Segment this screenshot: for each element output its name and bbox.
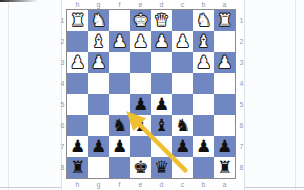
square-c2[interactable]: ♟ <box>172 31 193 52</box>
black-pawn: ♟ <box>130 94 151 115</box>
square-b8[interactable] <box>193 157 214 178</box>
square-e3[interactable] <box>130 52 151 73</box>
square-e1[interactable]: ♚ <box>130 10 151 31</box>
black-bishop: ♝ <box>151 115 172 136</box>
white-bishop: ♝ <box>88 31 109 52</box>
square-h4[interactable] <box>67 73 88 94</box>
square-b3[interactable]: ♟ <box>193 52 214 73</box>
square-c3[interactable] <box>172 52 193 73</box>
square-b1[interactable]: ♞ <box>193 10 214 31</box>
black-pawn: ♟ <box>151 94 172 115</box>
square-f3[interactable] <box>109 52 130 73</box>
square-h2[interactable] <box>67 31 88 52</box>
white-pawn: ♟ <box>151 31 172 52</box>
white-pawn: ♟ <box>172 31 193 52</box>
square-a7[interactable]: ♟ <box>214 136 235 157</box>
square-f1[interactable] <box>109 10 130 31</box>
white-queen: ♛ <box>151 10 172 31</box>
black-queen: ♛ <box>151 157 172 178</box>
square-d8[interactable]: ♛ <box>151 157 172 178</box>
black-king: ♚ <box>130 157 151 178</box>
black-pawn: ♟ <box>67 136 88 157</box>
black-knight: ♞ <box>172 115 193 136</box>
square-c6[interactable]: ♞ <box>172 115 193 136</box>
square-h3[interactable]: ♟ <box>67 52 88 73</box>
white-rook: ♜ <box>214 10 235 31</box>
square-e4[interactable] <box>130 73 151 94</box>
square-g6[interactable] <box>88 115 109 136</box>
square-h5[interactable] <box>67 94 88 115</box>
white-pawn: ♟ <box>109 31 130 52</box>
square-d4[interactable] <box>151 73 172 94</box>
white-knight: ♞ <box>193 10 214 31</box>
square-d3[interactable] <box>151 52 172 73</box>
square-d1[interactable]: ♛ <box>151 10 172 31</box>
square-h6[interactable] <box>67 115 88 136</box>
square-b2[interactable]: ♝ <box>193 31 214 52</box>
top-left-smudge <box>0 0 38 2</box>
square-e7[interactable] <box>130 136 151 157</box>
white-pawn: ♟ <box>130 31 151 52</box>
square-f2[interactable]: ♟ <box>109 31 130 52</box>
square-c1[interactable] <box>172 10 193 31</box>
square-g8[interactable] <box>88 157 109 178</box>
page-left-rule <box>8 0 9 190</box>
square-d6[interactable]: ♝ <box>151 115 172 136</box>
square-d2[interactable]: ♟ <box>151 31 172 52</box>
square-h8[interactable]: ♜ <box>67 157 88 178</box>
square-h1[interactable]: ♜ <box>67 10 88 31</box>
black-pawn: ♟ <box>88 136 109 157</box>
square-b6[interactable] <box>193 115 214 136</box>
square-e8[interactable]: ♚ <box>130 157 151 178</box>
square-a6[interactable] <box>214 115 235 136</box>
square-e5[interactable]: ♟ <box>130 94 151 115</box>
square-g7[interactable]: ♟ <box>88 136 109 157</box>
page-right-rule <box>295 0 296 190</box>
white-pawn: ♟ <box>67 52 88 73</box>
square-h7[interactable]: ♟ <box>67 136 88 157</box>
square-c8[interactable] <box>172 157 193 178</box>
square-e2[interactable]: ♟ <box>130 31 151 52</box>
square-f5[interactable] <box>109 94 130 115</box>
square-f4[interactable] <box>109 73 130 94</box>
black-rook: ♜ <box>67 157 88 178</box>
black-pawn: ♟ <box>109 136 130 157</box>
square-a8[interactable]: ♜ <box>214 157 235 178</box>
white-bishop: ♝ <box>193 31 214 52</box>
black-bishop: ♝ <box>130 115 151 136</box>
square-c4[interactable] <box>172 73 193 94</box>
white-pawn: ♟ <box>193 52 214 73</box>
white-pawn: ♟ <box>88 52 109 73</box>
white-king: ♚ <box>130 10 151 31</box>
square-b7[interactable]: ♟ <box>193 136 214 157</box>
square-f7[interactable]: ♟ <box>109 136 130 157</box>
square-c5[interactable] <box>172 94 193 115</box>
square-a5[interactable] <box>214 94 235 115</box>
black-pawn: ♟ <box>193 136 214 157</box>
square-a1[interactable]: ♜ <box>214 10 235 31</box>
square-e6[interactable]: ♝ <box>130 115 151 136</box>
square-c7[interactable]: ♟ <box>172 136 193 157</box>
square-f8[interactable] <box>109 157 130 178</box>
square-b4[interactable] <box>193 73 214 94</box>
square-a4[interactable] <box>214 73 235 94</box>
white-pawn: ♟ <box>214 52 235 73</box>
square-d7[interactable] <box>151 136 172 157</box>
white-knight: ♞ <box>88 10 109 31</box>
square-g2[interactable]: ♝ <box>88 31 109 52</box>
square-g3[interactable]: ♟ <box>88 52 109 73</box>
chess-board: ♜♞♚♛♞♜♝♟♟♟♟♝♟♟♟♟♟♟♞♝♝♞♟♟♟♟♟♟♜♚♛♜ <box>66 9 236 179</box>
white-rook: ♜ <box>67 10 88 31</box>
black-knight: ♞ <box>109 115 130 136</box>
square-g5[interactable] <box>88 94 109 115</box>
square-a3[interactable]: ♟ <box>214 52 235 73</box>
square-g4[interactable] <box>88 73 109 94</box>
black-pawn: ♟ <box>172 136 193 157</box>
square-a2[interactable] <box>214 31 235 52</box>
black-rook: ♜ <box>214 157 235 178</box>
square-b5[interactable] <box>193 94 214 115</box>
square-g1[interactable]: ♞ <box>88 10 109 31</box>
square-f6[interactable]: ♞ <box>109 115 130 136</box>
black-pawn: ♟ <box>214 136 235 157</box>
square-d5[interactable]: ♟ <box>151 94 172 115</box>
